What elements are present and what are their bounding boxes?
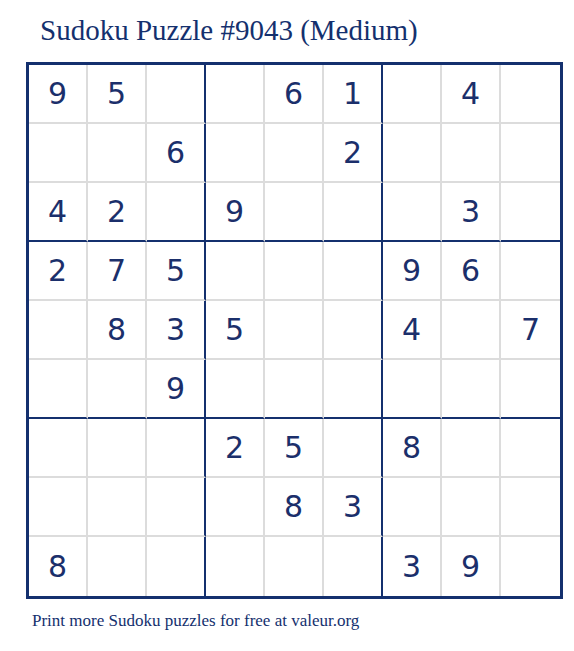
cell-r8c6[interactable]: 3 [324,478,383,537]
cell-r8c1[interactable] [29,478,88,537]
cell-r5c3[interactable]: 3 [147,301,206,360]
cell-r2c5[interactable] [265,124,324,183]
cell-r2c3[interactable]: 6 [147,124,206,183]
cell-r3c6[interactable] [324,183,383,242]
cell-r3c8[interactable]: 3 [442,183,501,242]
cell-r3c4[interactable]: 9 [206,183,265,242]
cell-r5c9[interactable]: 7 [501,301,560,360]
cell-r5c5[interactable] [265,301,324,360]
cell-r5c7[interactable]: 4 [383,301,442,360]
cell-r4c8[interactable]: 6 [442,242,501,301]
cell-r2c8[interactable] [442,124,501,183]
cell-r1c9[interactable] [501,65,560,124]
cell-r7c6[interactable] [324,419,383,478]
cell-r1c1[interactable]: 9 [29,65,88,124]
cell-r8c4[interactable] [206,478,265,537]
cell-r8c2[interactable] [88,478,147,537]
cell-r2c4[interactable] [206,124,265,183]
sudoku-board: 956146242932759683547925883839 [26,62,563,599]
cell-r7c3[interactable] [147,419,206,478]
cell-r9c7[interactable]: 3 [383,537,442,596]
cell-r3c5[interactable] [265,183,324,242]
cell-r9c9[interactable] [501,537,560,596]
cell-r1c4[interactable] [206,65,265,124]
cell-r7c1[interactable] [29,419,88,478]
cell-r6c8[interactable] [442,360,501,419]
cell-r6c4[interactable] [206,360,265,419]
cell-r4c3[interactable]: 5 [147,242,206,301]
cell-r5c4[interactable]: 5 [206,301,265,360]
cell-r5c6[interactable] [324,301,383,360]
cell-r5c8[interactable] [442,301,501,360]
cell-r6c2[interactable] [88,360,147,419]
cell-r4c7[interactable]: 9 [383,242,442,301]
cell-r9c6[interactable] [324,537,383,596]
footer-text: Print more Sudoku puzzles for free at va… [32,611,359,631]
cell-r7c2[interactable] [88,419,147,478]
cell-r3c2[interactable]: 2 [88,183,147,242]
cell-r2c2[interactable] [88,124,147,183]
cell-r9c5[interactable] [265,537,324,596]
cell-r5c2[interactable]: 8 [88,301,147,360]
cell-r4c6[interactable] [324,242,383,301]
cell-r1c2[interactable]: 5 [88,65,147,124]
cell-r5c1[interactable] [29,301,88,360]
cell-r7c4[interactable]: 2 [206,419,265,478]
cell-r1c3[interactable] [147,65,206,124]
cell-r3c9[interactable] [501,183,560,242]
cell-r2c1[interactable] [29,124,88,183]
cell-r4c9[interactable] [501,242,560,301]
cell-r1c5[interactable]: 6 [265,65,324,124]
cell-r9c8[interactable]: 9 [442,537,501,596]
cell-r9c3[interactable] [147,537,206,596]
sudoku-page: Sudoku Puzzle #9043 (Medium) 95614624293… [0,0,574,651]
cell-r4c2[interactable]: 7 [88,242,147,301]
cell-r1c7[interactable] [383,65,442,124]
cell-r4c1[interactable]: 2 [29,242,88,301]
cell-r8c3[interactable] [147,478,206,537]
cell-r3c7[interactable] [383,183,442,242]
cell-r6c9[interactable] [501,360,560,419]
cell-r3c3[interactable] [147,183,206,242]
cell-r1c8[interactable]: 4 [442,65,501,124]
cell-r8c7[interactable] [383,478,442,537]
cell-r6c3[interactable]: 9 [147,360,206,419]
cell-r3c1[interactable]: 4 [29,183,88,242]
cell-r4c5[interactable] [265,242,324,301]
cell-r6c6[interactable] [324,360,383,419]
cell-r2c6[interactable]: 2 [324,124,383,183]
cell-r7c5[interactable]: 5 [265,419,324,478]
cell-r2c7[interactable] [383,124,442,183]
cell-r8c8[interactable] [442,478,501,537]
page-title: Sudoku Puzzle #9043 (Medium) [40,14,418,47]
cell-r8c5[interactable]: 8 [265,478,324,537]
cell-r6c7[interactable] [383,360,442,419]
cell-r4c4[interactable] [206,242,265,301]
cell-r9c4[interactable] [206,537,265,596]
cell-r7c9[interactable] [501,419,560,478]
cell-r2c9[interactable] [501,124,560,183]
cell-r7c8[interactable] [442,419,501,478]
cell-r7c7[interactable]: 8 [383,419,442,478]
cell-r1c6[interactable]: 1 [324,65,383,124]
cell-r6c5[interactable] [265,360,324,419]
cell-r9c2[interactable] [88,537,147,596]
cell-r6c1[interactable] [29,360,88,419]
cell-r9c1[interactable]: 8 [29,537,88,596]
cell-r8c9[interactable] [501,478,560,537]
